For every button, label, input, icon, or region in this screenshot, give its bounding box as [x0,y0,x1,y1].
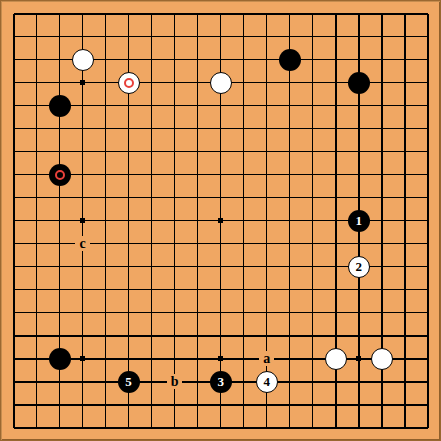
point-label-text: c [75,236,90,251]
black-stone: 3 [210,371,232,393]
black-stone-K3[interactable]: 3 [209,370,232,393]
black-stone-F3[interactable]: 5 [117,370,140,393]
black-stone [49,95,71,117]
move-number: 1 [355,214,362,227]
black-stone: 1 [348,210,370,232]
move-number: 4 [263,375,270,388]
black-stone-Q16[interactable] [347,71,370,94]
black-stone [49,348,71,370]
black-stone [49,164,71,186]
white-stone-R4[interactable] [370,347,393,370]
black-stone-C4[interactable] [48,347,71,370]
white-stone [118,72,140,94]
black-stone-Q10[interactable]: 1 [347,209,370,232]
circle-marker-icon [55,170,65,180]
white-stone [325,348,347,370]
move-number: 3 [217,375,224,388]
white-stone-F16[interactable] [117,71,140,94]
point-label-text: b [167,374,182,389]
white-stone: 4 [256,371,278,393]
white-stone [210,72,232,94]
point-label-c[interactable]: c [71,232,94,255]
white-stone-K16[interactable] [209,71,232,94]
point-label-b[interactable]: b [163,370,186,393]
black-stone [279,49,301,71]
white-stone [72,49,94,71]
circle-marker-icon [124,78,134,88]
move-number: 5 [125,375,132,388]
white-stone-Q8[interactable]: 2 [347,255,370,278]
stones-layer: 13524abc [2,2,439,439]
go-board[interactable]: 13524abc [0,0,441,441]
white-stone: 2 [348,256,370,278]
white-stone-M3[interactable]: 4 [255,370,278,393]
black-stone: 5 [118,371,140,393]
white-stone-P4[interactable] [324,347,347,370]
black-stone-C12[interactable] [48,163,71,186]
point-label-text: a [259,351,274,366]
black-stone-C15[interactable] [48,94,71,117]
white-stone-D17[interactable] [71,48,94,71]
point-label-a[interactable]: a [255,347,278,370]
black-stone-N17[interactable] [278,48,301,71]
white-stone [371,348,393,370]
black-stone [348,72,370,94]
move-number: 2 [355,260,362,273]
